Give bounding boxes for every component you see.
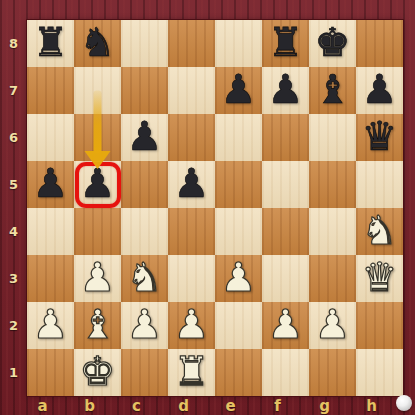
- square-e1[interactable]: [215, 349, 262, 396]
- piece-black-bishop: ♝: [315, 66, 351, 113]
- square-h6[interactable]: ♛: [356, 114, 403, 161]
- side-to-move-indicator: [396, 395, 412, 411]
- square-b6[interactable]: [74, 114, 121, 161]
- square-h3[interactable]: ♛: [356, 255, 403, 302]
- square-b7[interactable]: [74, 67, 121, 114]
- rank-label-1: 1: [0, 349, 27, 396]
- square-c3[interactable]: ♞: [121, 255, 168, 302]
- file-label-g: g: [301, 396, 348, 415]
- square-a8[interactable]: ♜: [27, 20, 74, 67]
- square-c6[interactable]: ♟: [121, 114, 168, 161]
- piece-black-pawn: ♟: [221, 66, 257, 113]
- square-f6[interactable]: [262, 114, 309, 161]
- square-g2[interactable]: ♟: [309, 302, 356, 349]
- file-label-e: e: [207, 396, 254, 415]
- square-h5[interactable]: [356, 161, 403, 208]
- piece-white-pawn: ♟: [268, 301, 304, 348]
- square-g4[interactable]: [309, 208, 356, 255]
- square-d2[interactable]: ♟: [168, 302, 215, 349]
- square-e7[interactable]: ♟: [215, 67, 262, 114]
- square-b1[interactable]: ♚: [74, 349, 121, 396]
- piece-white-knight: ♞: [127, 254, 163, 301]
- piece-white-bishop: ♝: [80, 301, 116, 348]
- file-label-c: c: [113, 396, 160, 415]
- rank-label-6: 6: [0, 114, 27, 161]
- square-c8[interactable]: [121, 20, 168, 67]
- square-d8[interactable]: [168, 20, 215, 67]
- piece-black-rook: ♜: [268, 19, 304, 66]
- piece-white-knight: ♞: [362, 207, 398, 254]
- square-d1[interactable]: ♜: [168, 349, 215, 396]
- piece-white-pawn: ♟: [315, 301, 351, 348]
- square-c1[interactable]: [121, 349, 168, 396]
- square-a5[interactable]: ♟: [27, 161, 74, 208]
- square-a4[interactable]: [27, 208, 74, 255]
- square-d3[interactable]: [168, 255, 215, 302]
- piece-black-queen: ♛: [362, 113, 398, 160]
- rank-label-7: 7: [0, 67, 27, 114]
- square-f2[interactable]: ♟: [262, 302, 309, 349]
- square-g7[interactable]: ♝: [309, 67, 356, 114]
- piece-black-pawn: ♟: [33, 160, 69, 207]
- square-b5[interactable]: ♟: [74, 161, 121, 208]
- square-g5[interactable]: [309, 161, 356, 208]
- piece-black-rook: ♜: [33, 19, 69, 66]
- piece-white-king: ♚: [80, 348, 116, 395]
- rank-label-8: 8: [0, 20, 27, 67]
- piece-black-pawn: ♟: [80, 160, 116, 207]
- file-label-a: a: [19, 396, 66, 415]
- file-label-f: f: [254, 396, 301, 415]
- square-b4[interactable]: [74, 208, 121, 255]
- square-d7[interactable]: [168, 67, 215, 114]
- square-b3[interactable]: ♟: [74, 255, 121, 302]
- piece-white-pawn: ♟: [221, 254, 257, 301]
- square-d5[interactable]: ♟: [168, 161, 215, 208]
- piece-black-king: ♚: [315, 19, 351, 66]
- square-f7[interactable]: ♟: [262, 67, 309, 114]
- square-e5[interactable]: [215, 161, 262, 208]
- square-e8[interactable]: [215, 20, 262, 67]
- piece-white-pawn: ♟: [80, 254, 116, 301]
- square-a7[interactable]: [27, 67, 74, 114]
- square-g8[interactable]: ♚: [309, 20, 356, 67]
- board: ♜♞♜♚♟♟♝♟♟♛♟♟♟♞♟♞♟♛♟♝♟♟♟♟♚♜: [27, 20, 403, 396]
- piece-black-pawn: ♟: [362, 66, 398, 113]
- piece-white-pawn: ♟: [174, 301, 210, 348]
- piece-white-pawn: ♟: [127, 301, 163, 348]
- file-labels: abcdefgh: [19, 396, 395, 415]
- square-g3[interactable]: [309, 255, 356, 302]
- rank-label-5: 5: [0, 161, 27, 208]
- piece-black-pawn: ♟: [174, 160, 210, 207]
- square-h1[interactable]: [356, 349, 403, 396]
- square-a2[interactable]: ♟: [27, 302, 74, 349]
- rank-labels: 87654321: [0, 20, 27, 396]
- square-h7[interactable]: ♟: [356, 67, 403, 114]
- file-label-d: d: [160, 396, 207, 415]
- piece-black-pawn: ♟: [268, 66, 304, 113]
- square-a3[interactable]: [27, 255, 74, 302]
- square-f1[interactable]: [262, 349, 309, 396]
- square-e3[interactable]: ♟: [215, 255, 262, 302]
- piece-black-knight: ♞: [80, 19, 116, 66]
- square-b8[interactable]: ♞: [74, 20, 121, 67]
- square-h8[interactable]: [356, 20, 403, 67]
- square-e2[interactable]: [215, 302, 262, 349]
- rank-label-3: 3: [0, 255, 27, 302]
- square-d4[interactable]: [168, 208, 215, 255]
- square-e4[interactable]: [215, 208, 262, 255]
- square-c2[interactable]: ♟: [121, 302, 168, 349]
- square-b2[interactable]: ♝: [74, 302, 121, 349]
- rank-label-2: 2: [0, 302, 27, 349]
- square-c7[interactable]: [121, 67, 168, 114]
- square-h4[interactable]: ♞: [356, 208, 403, 255]
- square-g6[interactable]: [309, 114, 356, 161]
- square-d6[interactable]: [168, 114, 215, 161]
- piece-white-queen: ♛: [362, 254, 398, 301]
- chess-board-widget: 87654321 abcdefgh ♜♞♜♚♟♟♝♟♟♛♟♟♟♞♟♞♟♛♟♝♟♟…: [0, 0, 415, 415]
- square-g1[interactable]: [309, 349, 356, 396]
- square-c4[interactable]: [121, 208, 168, 255]
- square-f4[interactable]: [262, 208, 309, 255]
- file-label-h: h: [348, 396, 395, 415]
- square-a6[interactable]: [27, 114, 74, 161]
- square-e6[interactable]: [215, 114, 262, 161]
- rank-label-4: 4: [0, 208, 27, 255]
- piece-black-pawn: ♟: [127, 113, 163, 160]
- piece-white-rook: ♜: [174, 348, 210, 395]
- square-c5[interactable]: [121, 161, 168, 208]
- square-f3[interactable]: [262, 255, 309, 302]
- square-h2[interactable]: [356, 302, 403, 349]
- square-a1[interactable]: [27, 349, 74, 396]
- square-f8[interactable]: ♜: [262, 20, 309, 67]
- file-label-b: b: [66, 396, 113, 415]
- piece-white-pawn: ♟: [33, 301, 69, 348]
- square-f5[interactable]: [262, 161, 309, 208]
